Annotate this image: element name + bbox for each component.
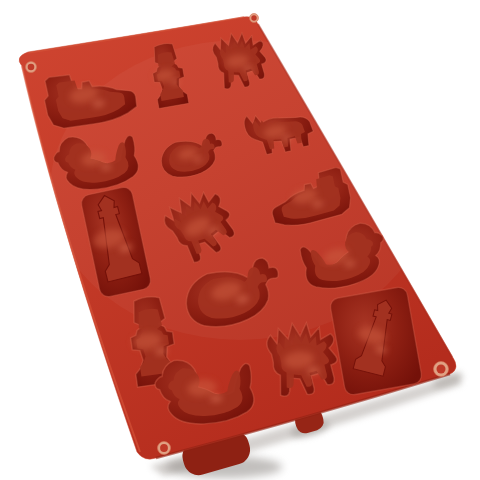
product-photo [0, 0, 480, 480]
hanging-hole [250, 14, 259, 23]
hanging-hole [434, 362, 449, 377]
mold-svg [0, 0, 480, 480]
hanging-hole [158, 442, 171, 455]
hanging-hole [26, 62, 37, 73]
